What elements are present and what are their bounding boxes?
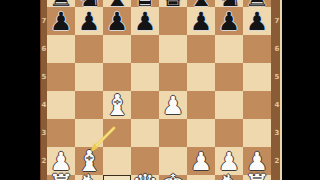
piece-black-pawn-g7[interactable]: ♟: [215, 7, 243, 35]
piece-black-pawn-f7[interactable]: ♟: [187, 7, 215, 35]
square-g6[interactable]: [215, 35, 243, 63]
square-c1[interactable]: [103, 175, 131, 180]
piece-black-pawn-b7[interactable]: ♟: [75, 7, 103, 35]
square-d8[interactable]: ♛: [131, 0, 159, 7]
rank-label-right-7: 7: [273, 17, 281, 25]
square-c3[interactable]: [103, 119, 131, 147]
square-e5[interactable]: [159, 63, 187, 91]
square-d1[interactable]: ♛: [131, 175, 159, 180]
piece-black-pawn-h7[interactable]: ♟: [243, 7, 271, 35]
rank-label-right-2: 2: [273, 157, 281, 165]
square-f3[interactable]: [187, 119, 215, 147]
square-f2[interactable]: ♟: [187, 147, 215, 175]
square-g5[interactable]: [215, 63, 243, 91]
square-d7[interactable]: ♟: [131, 7, 159, 35]
square-a3[interactable]: [47, 119, 75, 147]
piece-white-rook-h1[interactable]: ♜: [243, 171, 271, 180]
rank-label-right-6: 6: [273, 45, 281, 53]
square-c2[interactable]: [103, 147, 131, 175]
piece-white-king-e1[interactable]: ♚: [159, 171, 187, 180]
square-b7[interactable]: ♟: [75, 7, 103, 35]
square-a1[interactable]: ♜: [47, 175, 75, 180]
square-e6[interactable]: [159, 35, 187, 63]
square-b4[interactable]: [75, 91, 103, 119]
square-h8[interactable]: ♜: [243, 0, 271, 7]
board-border-edge-left: [40, 0, 41, 180]
rank-label-left-6: 6: [40, 45, 48, 53]
piece-white-pawn-e4[interactable]: ♟: [159, 91, 187, 119]
square-a5[interactable]: [47, 63, 75, 91]
piece-white-knight-b1[interactable]: ♞: [75, 171, 103, 180]
piece-white-bishop-c4[interactable]: ♝: [103, 91, 131, 119]
square-c5[interactable]: [103, 63, 131, 91]
rank-label-right-3: 3: [273, 129, 281, 137]
board-border-edge-right: [280, 0, 282, 180]
square-e3[interactable]: [159, 119, 187, 147]
square-b8[interactable]: ♞: [75, 0, 103, 7]
square-g1[interactable]: ♞: [215, 175, 243, 180]
square-f5[interactable]: [187, 63, 215, 91]
square-f1[interactable]: [187, 175, 215, 180]
square-h5[interactable]: [243, 63, 271, 91]
video-frame: ♜♞♝♛♚♝♞♜♟♟♟♟♟♟♟♝♟♟♝♟♟♟♜♞♛♚♞♜ 77665544332…: [0, 0, 320, 180]
square-c4[interactable]: ♝: [103, 91, 131, 119]
rank-label-left-7: 7: [40, 17, 48, 25]
square-f6[interactable]: [187, 35, 215, 63]
rank-label-left-2: 2: [40, 157, 48, 165]
square-c7[interactable]: ♟: [103, 7, 131, 35]
square-f4[interactable]: [187, 91, 215, 119]
square-b1[interactable]: ♞: [75, 175, 103, 180]
piece-white-queen-d1[interactable]: ♛: [131, 171, 159, 180]
square-g8[interactable]: ♞: [215, 0, 243, 7]
square-b3[interactable]: [75, 119, 103, 147]
piece-white-knight-g1[interactable]: ♞: [215, 171, 243, 180]
rank-label-right-4: 4: [273, 101, 281, 109]
square-f8[interactable]: ♝: [187, 0, 215, 7]
square-d3[interactable]: [131, 119, 159, 147]
square-b6[interactable]: [75, 35, 103, 63]
square-e8[interactable]: ♚: [159, 0, 187, 7]
square-h6[interactable]: [243, 35, 271, 63]
piece-black-pawn-d7[interactable]: ♟: [131, 7, 159, 35]
rank-label-right-5: 5: [273, 73, 281, 81]
piece-black-pawn-a7[interactable]: ♟: [47, 7, 75, 35]
piece-white-rook-a1[interactable]: ♜: [47, 171, 75, 180]
square-e4[interactable]: ♟: [159, 91, 187, 119]
square-g3[interactable]: [215, 119, 243, 147]
square-a8[interactable]: ♜: [47, 0, 75, 7]
square-h7[interactable]: ♟: [243, 7, 271, 35]
piece-black-pawn-c7[interactable]: ♟: [103, 7, 131, 35]
square-e7[interactable]: [159, 7, 187, 35]
square-e1[interactable]: ♚: [159, 175, 187, 180]
square-g7[interactable]: ♟: [215, 7, 243, 35]
square-a7[interactable]: ♟: [47, 7, 75, 35]
rank-label-left-4: 4: [40, 101, 48, 109]
square-c8[interactable]: ♝: [103, 0, 131, 7]
square-a4[interactable]: [47, 91, 75, 119]
square-b5[interactable]: [75, 63, 103, 91]
square-c6[interactable]: [103, 35, 131, 63]
square-d6[interactable]: [131, 35, 159, 63]
square-d4[interactable]: [131, 91, 159, 119]
square-f7[interactable]: ♟: [187, 7, 215, 35]
square-h1[interactable]: ♜: [243, 175, 271, 180]
piece-white-pawn-f2[interactable]: ♟: [187, 147, 215, 175]
square-h4[interactable]: [243, 91, 271, 119]
square-g4[interactable]: [215, 91, 243, 119]
square-d5[interactable]: [131, 63, 159, 91]
square-h3[interactable]: [243, 119, 271, 147]
rank-label-left-5: 5: [40, 73, 48, 81]
rank-label-left-3: 3: [40, 129, 48, 137]
square-a6[interactable]: [47, 35, 75, 63]
chess-board[interactable]: ♜♞♝♛♚♝♞♜♟♟♟♟♟♟♟♝♟♟♝♟♟♟♜♞♛♚♞♜: [47, 0, 271, 180]
